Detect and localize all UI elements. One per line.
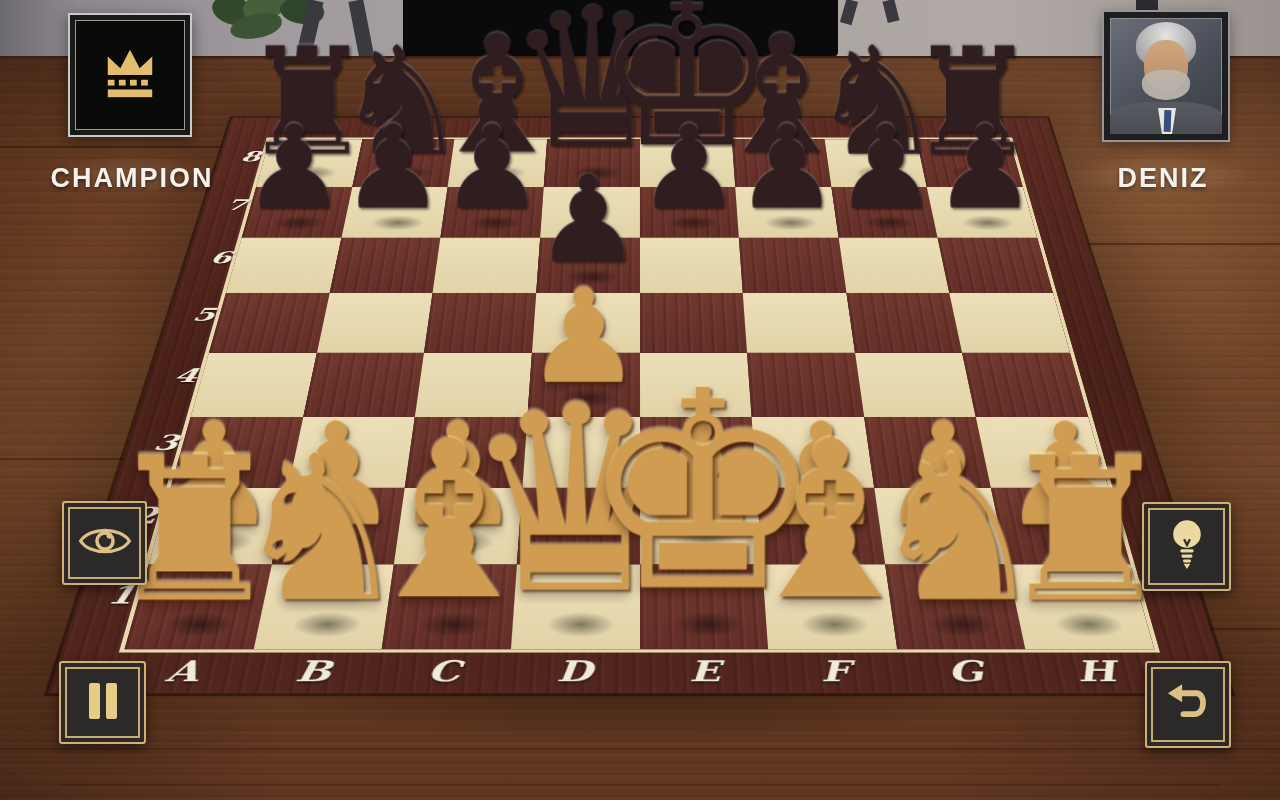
champion-badge (68, 13, 192, 137)
board-perspective: 87654321ABCDEFGH♜♞♝♛♚♝♞♜♟♟♟♟♟♟♟♟♟♟♟♟♟♟♟♟… (157, 0, 1122, 800)
piece-black-pawn-c7[interactable]: ♟ (441, 187, 544, 238)
piece-black-pawn-h7[interactable]: ♟ (927, 187, 1037, 238)
square-c6[interactable] (433, 238, 540, 293)
piece-glyph: ♟ (637, 111, 741, 226)
avatar-tie (1164, 110, 1172, 132)
square-e6[interactable] (640, 238, 743, 293)
piece-glyph: ♟ (834, 111, 938, 226)
file-label-b: B (244, 651, 382, 692)
crown-icon (99, 44, 161, 106)
file-label-g: G (897, 651, 1035, 692)
file-label-f: F (768, 651, 903, 692)
square-f6[interactable] (739, 238, 846, 293)
undo-button[interactable] (1145, 661, 1231, 748)
square-b6[interactable] (329, 238, 440, 293)
wall-corner-shadow (0, 0, 78, 62)
pause-icon (86, 681, 120, 725)
player-left-name: CHAMPION (12, 163, 252, 194)
piece-glyph: ♟ (933, 111, 1037, 226)
undo-arrow-icon (1162, 677, 1214, 733)
file-label-d: D (508, 651, 640, 692)
player-right-avatar (1104, 12, 1228, 140)
piece-black-pawn-g7[interactable]: ♟ (831, 187, 938, 238)
piece-glyph: ♟ (341, 111, 445, 226)
eye-icon (78, 524, 132, 562)
square-g6[interactable] (838, 238, 949, 293)
piece-white-rook-h1[interactable]: ♜ (1008, 565, 1155, 650)
file-label-c: C (376, 651, 511, 692)
lightbulb-icon (1165, 516, 1209, 578)
piece-black-pawn-a7[interactable]: ♟ (242, 187, 352, 238)
player-right-name: DENIZ (1043, 163, 1280, 194)
pause-button[interactable] (59, 661, 146, 744)
piece-glyph: ♟ (736, 111, 840, 226)
square-h6[interactable] (938, 238, 1053, 293)
piece-black-pawn-b7[interactable]: ♟ (341, 187, 448, 238)
piece-black-pawn-f7[interactable]: ♟ (735, 187, 838, 238)
piece-glyph: ♟ (440, 111, 544, 226)
hint-button[interactable] (1142, 502, 1231, 591)
game-screen: 87654321ABCDEFGH♜♞♝♛♚♝♞♜♟♟♟♟♟♟♟♟♟♟♟♟♟♟♟♟… (0, 0, 1280, 800)
piece-black-pawn-e7[interactable]: ♟ (640, 187, 739, 238)
avatar-beard (1142, 70, 1190, 100)
chess-board: 87654321ABCDEFGH♜♞♝♛♚♝♞♜♟♟♟♟♟♟♟♟♟♟♟♟♟♟♟♟… (48, 118, 1230, 694)
view-button[interactable] (62, 501, 147, 585)
piece-glyph: ♟ (243, 111, 347, 226)
file-label-e: E (640, 651, 772, 692)
